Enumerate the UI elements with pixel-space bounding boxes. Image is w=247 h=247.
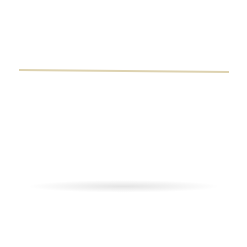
board-back-edge [18, 69, 228, 73]
folded-chess-box [2, 69, 245, 74]
ground-shadow [0, 178, 247, 200]
photo-scene [0, 0, 247, 247]
board-top-face [2, 69, 245, 74]
